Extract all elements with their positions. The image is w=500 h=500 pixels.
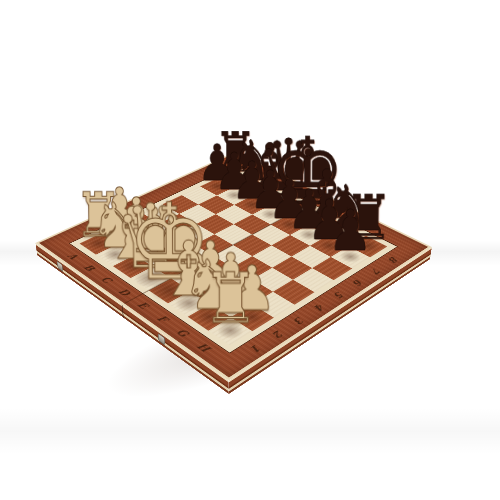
chess-set-photo: ABCDEFGH 87654321 ♜♞♝♛♚♝♞♜♟♟♟♟♟♟♟♟♟♟♟♟♟♟… (0, 0, 500, 500)
fold-seam-side (122, 305, 124, 319)
scene: ABCDEFGH 87654321 ♜♞♝♛♚♝♞♜♟♟♟♟♟♟♟♟♟♟♟♟♟♟… (68, 80, 398, 410)
black-pawn-icon: ♟ (298, 205, 403, 257)
chess-board: ABCDEFGH 87654321 ♜♞♝♛♚♝♞♜♟♟♟♟♟♟♟♟♟♟♟♟♟♟… (35, 151, 432, 380)
white-rook-icon: ♜ (172, 267, 289, 331)
board-surface: ABCDEFGH 87654321 ♜♞♝♛♚♝♞♜♟♟♟♟♟♟♟♟♟♟♟♟♟♟… (35, 151, 432, 380)
